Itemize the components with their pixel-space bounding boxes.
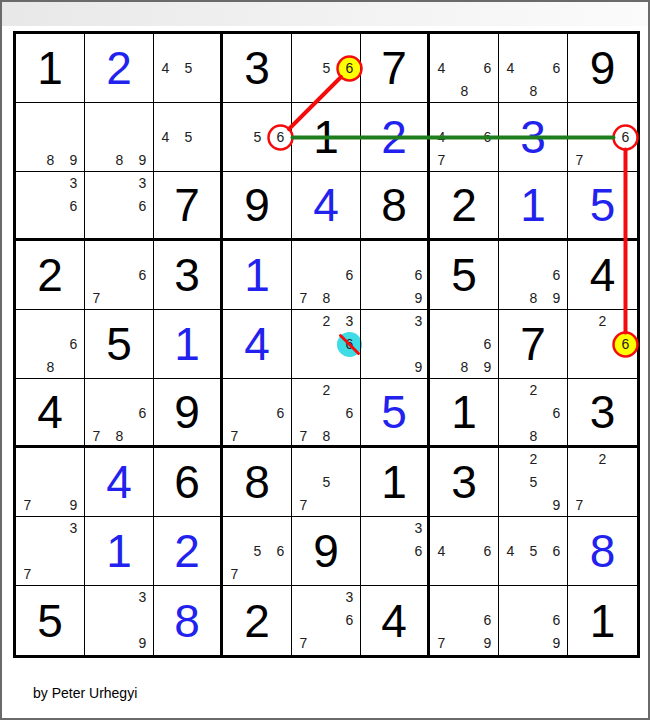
cell-r1c9[interactable]: 9 <box>568 34 637 103</box>
candidate-9: 9 <box>545 494 568 517</box>
given-digit: 3 <box>430 448 498 516</box>
cell-r9c9[interactable]: 1 <box>568 586 637 655</box>
candidate-6: 6 <box>476 540 499 563</box>
candidate-6: 6 <box>476 333 499 356</box>
cell-r1c1[interactable]: 1 <box>16 34 85 103</box>
given-digit: 4 <box>568 241 637 309</box>
candidate-2: 2 <box>591 310 614 333</box>
solved-digit: 1 <box>85 517 153 585</box>
candidate-8: 8 <box>108 425 131 448</box>
candidate-9: 9 <box>476 632 499 655</box>
cell-r6c8[interactable]: 268 <box>499 379 568 448</box>
cell-r7c7[interactable]: 3 <box>430 448 499 517</box>
candidate-7: 7 <box>292 494 315 517</box>
cell-r9c7[interactable]: 679 <box>430 586 499 655</box>
given-digit: 8 <box>361 172 427 238</box>
cell-r3c3[interactable]: 7 <box>154 172 223 241</box>
cell-r7c1[interactable]: 79 <box>16 448 85 517</box>
candidate-9: 9 <box>476 356 499 379</box>
candidate-9: 9 <box>545 632 568 655</box>
given-digit: 3 <box>154 241 220 309</box>
candidate-3: 3 <box>407 310 430 333</box>
candidate-6: 6 <box>131 402 154 425</box>
candidate-5: 5 <box>315 57 338 80</box>
given-digit: 7 <box>361 34 427 102</box>
cell-r7c2[interactable]: 4 <box>85 448 154 517</box>
given-digit: 9 <box>154 379 220 445</box>
window-titlebar <box>2 2 648 26</box>
cell-r5c6[interactable]: 39 <box>361 310 430 379</box>
cell-r6c5[interactable]: 2678 <box>292 379 361 448</box>
candidate-5: 5 <box>522 471 545 494</box>
candidate-9: 9 <box>545 287 568 310</box>
candidate-3: 3 <box>407 517 430 540</box>
given-digit: 7 <box>499 310 567 378</box>
candidate-8: 8 <box>522 80 545 103</box>
candidate-6: 6 <box>545 540 568 563</box>
candidate-5: 5 <box>246 126 269 149</box>
given-digit: 2 <box>223 586 291 655</box>
cell-r6c3[interactable]: 9 <box>154 379 223 448</box>
given-digit: 1 <box>16 34 84 102</box>
candidate-6: 6 <box>338 609 361 632</box>
cell-r8c8[interactable]: 456 <box>499 517 568 586</box>
candidate-6: 6 <box>131 264 154 287</box>
candidate-6: 6 <box>545 264 568 287</box>
candidate-9: 9 <box>62 149 85 172</box>
candidate-7: 7 <box>223 425 246 448</box>
solved-digit: 2 <box>85 34 153 102</box>
candidate-6: 6 <box>614 333 637 356</box>
given-digit: 7 <box>154 172 220 238</box>
cell-r7c4[interactable]: 8 <box>223 448 292 517</box>
candidate-2: 2 <box>315 379 338 402</box>
solved-digit: 4 <box>223 310 291 378</box>
candidate-9: 9 <box>407 356 430 379</box>
candidate-9: 9 <box>131 149 154 172</box>
cell-r3c1[interactable]: 36 <box>16 172 85 241</box>
cell-r5c7[interactable]: 689 <box>430 310 499 379</box>
cell-r1c3[interactable]: 45 <box>154 34 223 103</box>
candidate-7: 7 <box>223 563 246 586</box>
cell-r2c2[interactable]: 89 <box>85 103 154 172</box>
candidate-3: 3 <box>131 586 154 609</box>
solved-digit: 5 <box>568 172 637 238</box>
candidate-5: 5 <box>246 540 269 563</box>
cell-r5c9[interactable]: 26 <box>568 310 637 379</box>
cell-r9c1[interactable]: 5 <box>16 586 85 655</box>
candidate-6: 6 <box>269 540 292 563</box>
cell-r6c4[interactable]: 67 <box>223 379 292 448</box>
cell-r5c2[interactable]: 5 <box>85 310 154 379</box>
cell-r7c6[interactable]: 1 <box>361 448 430 517</box>
cell-r1c8[interactable]: 468 <box>499 34 568 103</box>
cell-r9c3[interactable]: 8 <box>154 586 223 655</box>
given-digit: 1 <box>292 103 360 171</box>
cell-r2c9[interactable]: 67 <box>568 103 637 172</box>
candidate-8: 8 <box>453 356 476 379</box>
solved-digit: 4 <box>292 172 360 238</box>
cell-r8c4[interactable]: 567 <box>223 517 292 586</box>
author-credit: by Peter Urhegyi <box>33 685 648 701</box>
given-digit: 5 <box>85 310 153 378</box>
cell-r5c3[interactable]: 1 <box>154 310 223 379</box>
given-digit: 6 <box>154 448 220 516</box>
candidate-7: 7 <box>292 425 315 448</box>
cell-r2c1[interactable]: 89 <box>16 103 85 172</box>
cell-r3c6[interactable]: 8 <box>361 172 430 241</box>
cell-r9c8[interactable]: 69 <box>499 586 568 655</box>
cell-r8c1[interactable]: 37 <box>16 517 85 586</box>
candidate-6: 6 <box>614 126 637 149</box>
cell-r3c4[interactable]: 9 <box>223 172 292 241</box>
candidate-4: 4 <box>430 126 453 149</box>
cell-r3c7[interactable]: 2 <box>430 172 499 241</box>
cell-r6c2[interactable]: 678 <box>85 379 154 448</box>
given-digit: 3 <box>568 379 637 445</box>
cell-r7c3[interactable]: 6 <box>154 448 223 517</box>
candidate-6: 6 <box>407 540 430 563</box>
candidate-6: 6 <box>476 126 499 149</box>
candidate-8: 8 <box>39 149 62 172</box>
solved-digit: 2 <box>154 517 220 585</box>
candidate-8: 8 <box>315 425 338 448</box>
given-digit: 3 <box>223 34 291 102</box>
cell-r4c3[interactable]: 3 <box>154 241 223 310</box>
cell-r5c8[interactable]: 7 <box>499 310 568 379</box>
candidate-4: 4 <box>154 57 177 80</box>
given-digit: 1 <box>568 586 637 655</box>
given-digit: 5 <box>16 586 84 655</box>
cell-r9c5[interactable]: 367 <box>292 586 361 655</box>
cell-r3c9[interactable]: 5 <box>568 172 637 241</box>
candidate-9: 9 <box>407 287 430 310</box>
candidate-4: 4 <box>499 540 522 563</box>
candidate-6: 6 <box>407 264 430 287</box>
cell-r4c5[interactable]: 678 <box>292 241 361 310</box>
candidate-6: 6 <box>131 195 154 218</box>
solved-digit: 8 <box>568 517 637 585</box>
cell-r1c4[interactable]: 3 <box>223 34 292 103</box>
candidate-6: 6 <box>269 126 292 149</box>
candidate-4: 4 <box>499 57 522 80</box>
cell-r1c7[interactable]: 468 <box>430 34 499 103</box>
candidate-5: 5 <box>315 471 338 494</box>
cell-r7c9[interactable]: 27 <box>568 448 637 517</box>
cell-r9c6[interactable]: 4 <box>361 586 430 655</box>
candidate-8: 8 <box>315 287 338 310</box>
cell-r8c6[interactable]: 36 <box>361 517 430 586</box>
given-digit: 2 <box>16 241 84 309</box>
candidate-6: 6 <box>476 57 499 80</box>
candidate-8: 8 <box>522 287 545 310</box>
cell-r6c1[interactable]: 4 <box>16 379 85 448</box>
cell-r8c2[interactable]: 1 <box>85 517 154 586</box>
cell-r4c9[interactable]: 4 <box>568 241 637 310</box>
solved-digit: 8 <box>154 586 220 655</box>
candidate-5: 5 <box>177 126 200 149</box>
candidate-6: 6 <box>545 609 568 632</box>
candidate-6: 6 <box>338 333 361 356</box>
candidate-6: 6 <box>338 57 361 80</box>
solved-digit: 3 <box>499 103 567 171</box>
cell-r3c2[interactable]: 36 <box>85 172 154 241</box>
cell-r2c6[interactable]: 2 <box>361 103 430 172</box>
solved-digit: 1 <box>499 172 567 238</box>
board-area: 1245356746846898989455612467367363679482… <box>13 31 648 658</box>
cell-r2c8[interactable]: 3 <box>499 103 568 172</box>
cell-r1c2[interactable]: 2 <box>85 34 154 103</box>
sudoku-grid: 1245356746846898989455612467367363679482… <box>13 31 640 658</box>
candidate-7: 7 <box>85 425 108 448</box>
candidate-4: 4 <box>430 57 453 80</box>
given-digit: 1 <box>430 379 498 445</box>
candidate-2: 2 <box>522 379 545 402</box>
cell-r9c4[interactable]: 2 <box>223 586 292 655</box>
candidate-8: 8 <box>39 356 62 379</box>
candidate-3: 3 <box>131 172 154 195</box>
candidate-3: 3 <box>62 517 85 540</box>
app-window: 1245356746846898989455612467367363679482… <box>0 0 650 720</box>
cell-r8c7[interactable]: 46 <box>430 517 499 586</box>
solved-digit: 5 <box>361 379 427 445</box>
candidate-7: 7 <box>16 494 39 517</box>
solved-digit: 1 <box>154 310 220 378</box>
candidate-2: 2 <box>315 310 338 333</box>
cell-r3c8[interactable]: 1 <box>499 172 568 241</box>
cell-r3c5[interactable]: 4 <box>292 172 361 241</box>
cell-r8c9[interactable]: 8 <box>568 517 637 586</box>
candidate-8: 8 <box>453 80 476 103</box>
cell-r4c1[interactable]: 2 <box>16 241 85 310</box>
cell-r2c7[interactable]: 467 <box>430 103 499 172</box>
given-digit: 9 <box>568 34 637 102</box>
cell-r8c5[interactable]: 9 <box>292 517 361 586</box>
candidate-8: 8 <box>522 425 545 448</box>
candidate-6: 6 <box>338 264 361 287</box>
given-digit: 9 <box>223 172 291 238</box>
cell-r2c3[interactable]: 45 <box>154 103 223 172</box>
candidate-7: 7 <box>292 632 315 655</box>
cell-r6c9[interactable]: 3 <box>568 379 637 448</box>
candidate-7: 7 <box>430 632 453 655</box>
given-digit: 9 <box>292 517 360 585</box>
candidate-9: 9 <box>62 494 85 517</box>
candidate-7: 7 <box>16 563 39 586</box>
given-digit: 5 <box>430 241 498 309</box>
cell-r2c5[interactable]: 1 <box>292 103 361 172</box>
candidate-9: 9 <box>131 632 154 655</box>
solved-digit: 1 <box>223 241 291 309</box>
cell-r8c3[interactable]: 2 <box>154 517 223 586</box>
candidate-3: 3 <box>338 310 361 333</box>
cell-r5c1[interactable]: 68 <box>16 310 85 379</box>
solved-digit: 2 <box>361 103 427 171</box>
given-digit: 4 <box>16 379 84 445</box>
candidate-6: 6 <box>269 402 292 425</box>
given-digit: 4 <box>361 586 427 655</box>
candidate-4: 4 <box>154 126 177 149</box>
candidate-6: 6 <box>62 333 85 356</box>
cell-r1c5[interactable]: 56 <box>292 34 361 103</box>
cell-r4c6[interactable]: 69 <box>361 241 430 310</box>
solved-digit: 4 <box>85 448 153 516</box>
cell-r6c7[interactable]: 1 <box>430 379 499 448</box>
cell-r1c6[interactable]: 7 <box>361 34 430 103</box>
candidate-6: 6 <box>338 402 361 425</box>
given-digit: 1 <box>361 448 427 516</box>
candidate-7: 7 <box>430 149 453 172</box>
candidate-3: 3 <box>338 586 361 609</box>
given-digit: 8 <box>223 448 291 516</box>
candidate-6: 6 <box>476 609 499 632</box>
candidate-2: 2 <box>522 448 545 471</box>
candidate-3: 3 <box>62 172 85 195</box>
given-digit: 2 <box>430 172 498 238</box>
cell-r6c6[interactable]: 5 <box>361 379 430 448</box>
cell-r7c5[interactable]: 57 <box>292 448 361 517</box>
candidate-7: 7 <box>568 494 591 517</box>
candidate-7: 7 <box>568 149 591 172</box>
cell-r5c4[interactable]: 4 <box>223 310 292 379</box>
candidate-7: 7 <box>292 287 315 310</box>
cell-r7c8[interactable]: 259 <box>499 448 568 517</box>
candidate-6: 6 <box>545 402 568 425</box>
candidate-5: 5 <box>177 57 200 80</box>
candidate-6: 6 <box>545 57 568 80</box>
cell-r4c2[interactable]: 67 <box>85 241 154 310</box>
candidate-7: 7 <box>85 287 108 310</box>
candidate-5: 5 <box>522 540 545 563</box>
cell-r4c8[interactable]: 689 <box>499 241 568 310</box>
cell-r9c2[interactable]: 39 <box>85 586 154 655</box>
candidate-2: 2 <box>591 448 614 471</box>
cell-r2c4[interactable]: 56 <box>223 103 292 172</box>
cell-r5c5[interactable]: 236 <box>292 310 361 379</box>
cell-r4c4[interactable]: 1 <box>223 241 292 310</box>
candidate-8: 8 <box>108 149 131 172</box>
cell-r4c7[interactable]: 5 <box>430 241 499 310</box>
candidate-4: 4 <box>430 540 453 563</box>
candidate-6: 6 <box>62 195 85 218</box>
